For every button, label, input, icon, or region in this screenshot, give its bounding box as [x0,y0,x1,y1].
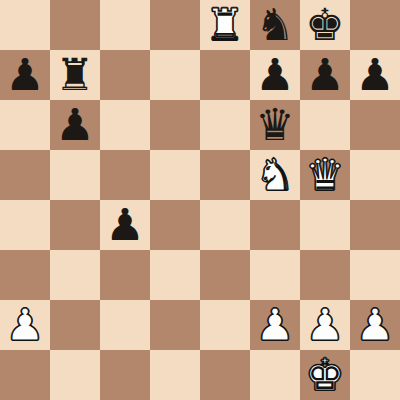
square-a6[interactable] [0,100,50,150]
square-b7[interactable]: ♜ [50,50,100,100]
white-pawn-icon: ♟ [305,300,344,350]
square-g1[interactable]: ♚ [300,350,350,400]
white-queen-icon: ♛ [305,150,344,200]
square-h3[interactable] [350,250,400,300]
square-g7[interactable]: ♟ [300,50,350,100]
square-d2[interactable] [150,300,200,350]
black-pawn-icon: ♟ [55,100,94,150]
square-b6[interactable]: ♟ [50,100,100,150]
square-h6[interactable] [350,100,400,150]
square-h8[interactable] [350,0,400,50]
black-king-icon: ♚ [305,0,344,50]
black-pawn-icon: ♟ [305,50,344,100]
square-f8[interactable]: ♞ [250,0,300,50]
square-a3[interactable] [0,250,50,300]
square-d4[interactable] [150,200,200,250]
white-rook-icon: ♜ [205,0,244,50]
square-e2[interactable] [200,300,250,350]
square-d5[interactable] [150,150,200,200]
square-d7[interactable] [150,50,200,100]
square-e5[interactable] [200,150,250,200]
black-pawn-icon: ♟ [5,50,44,100]
square-f3[interactable] [250,250,300,300]
square-f7[interactable]: ♟ [250,50,300,100]
black-pawn-icon: ♟ [105,200,144,250]
white-pawn-icon: ♟ [355,300,394,350]
square-a2[interactable]: ♟ [0,300,50,350]
square-d6[interactable] [150,100,200,150]
square-b8[interactable] [50,0,100,50]
black-knight-icon: ♞ [255,0,294,50]
white-king-icon: ♚ [305,350,344,400]
square-f1[interactable] [250,350,300,400]
square-d8[interactable] [150,0,200,50]
square-a7[interactable]: ♟ [0,50,50,100]
square-f5[interactable]: ♞ [250,150,300,200]
white-knight-icon: ♞ [255,150,294,200]
square-g3[interactable] [300,250,350,300]
square-h2[interactable]: ♟ [350,300,400,350]
square-h4[interactable] [350,200,400,250]
square-f4[interactable] [250,200,300,250]
square-f6[interactable]: ♛ [250,100,300,150]
square-b5[interactable] [50,150,100,200]
square-b2[interactable] [50,300,100,350]
square-a1[interactable] [0,350,50,400]
black-rook-icon: ♜ [55,50,94,100]
square-e1[interactable] [200,350,250,400]
square-e4[interactable] [200,200,250,250]
square-e7[interactable] [200,50,250,100]
square-d3[interactable] [150,250,200,300]
square-g4[interactable] [300,200,350,250]
square-f2[interactable]: ♟ [250,300,300,350]
square-c1[interactable] [100,350,150,400]
square-d1[interactable] [150,350,200,400]
square-c8[interactable] [100,0,150,50]
square-g6[interactable] [300,100,350,150]
square-b4[interactable] [50,200,100,250]
black-queen-icon: ♛ [255,100,294,150]
square-c3[interactable] [100,250,150,300]
black-pawn-icon: ♟ [355,50,394,100]
square-c5[interactable] [100,150,150,200]
square-e3[interactable] [200,250,250,300]
white-pawn-icon: ♟ [255,300,294,350]
square-b1[interactable] [50,350,100,400]
square-h7[interactable]: ♟ [350,50,400,100]
square-g2[interactable]: ♟ [300,300,350,350]
black-pawn-icon: ♟ [255,50,294,100]
square-c6[interactable] [100,100,150,150]
square-c4[interactable]: ♟ [100,200,150,250]
white-pawn-icon: ♟ [5,300,44,350]
square-g8[interactable]: ♚ [300,0,350,50]
square-g5[interactable]: ♛ [300,150,350,200]
square-h1[interactable] [350,350,400,400]
square-a8[interactable] [0,0,50,50]
square-a5[interactable] [0,150,50,200]
chess-board: ♜♞♚♟♜♟♟♟♟♛♞♛♟♟♟♟♟♚ [0,0,400,400]
square-h5[interactable] [350,150,400,200]
square-e8[interactable]: ♜ [200,0,250,50]
square-a4[interactable] [0,200,50,250]
square-c2[interactable] [100,300,150,350]
square-b3[interactable] [50,250,100,300]
square-e6[interactable] [200,100,250,150]
square-c7[interactable] [100,50,150,100]
